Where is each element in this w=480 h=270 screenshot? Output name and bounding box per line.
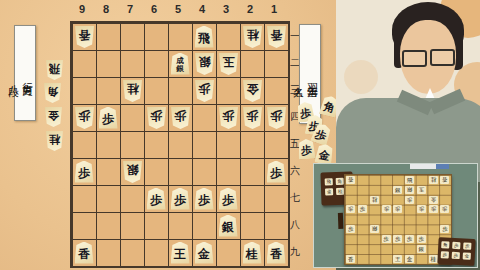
live-piece: 香 xyxy=(440,176,449,184)
shogi-piece-歩-sente: 歩 xyxy=(219,188,238,210)
shogi-piece-金-gote: 金 xyxy=(45,107,62,127)
shogi-piece-銀-gote: 銀 xyxy=(123,161,142,183)
shogi-piece-歩-sente: 歩 xyxy=(147,188,166,210)
live-piece: 飛 xyxy=(405,176,414,184)
board-graphic-panel: 香飛桂香成銀銀玉桂歩金歩歩歩歩歩歩歩歩銀歩歩歩歩歩銀香王金桂香 98765432… xyxy=(0,0,336,270)
shogi-piece-成銀-sente: 成銀 xyxy=(171,53,190,75)
shogi-piece-金-gote: 金 xyxy=(243,80,262,102)
inset-top-graphic xyxy=(410,164,436,169)
file-label: 7 xyxy=(118,3,142,15)
file-label: 8 xyxy=(94,3,118,15)
live-piece: 歩 xyxy=(393,235,402,243)
shogi-piece-金-sente: 金 xyxy=(314,143,334,166)
player-right-name: 羽生善治 xyxy=(306,75,320,79)
shogi-piece-桂-sente: 桂 xyxy=(243,242,262,264)
live-captured-piece: 歩 xyxy=(452,252,460,259)
sente-piece-stand: 角歩歩歩歩金 xyxy=(437,237,475,266)
shogi-piece-香-gote: 香 xyxy=(75,26,94,48)
live-piece: 歩 xyxy=(429,205,438,213)
wallpaper-circle xyxy=(344,60,378,94)
live-piece: 歩 xyxy=(417,235,426,243)
shogi-piece-歩-sente: 歩 xyxy=(195,188,214,210)
live-board-inset: 飛角金桂 香飛桂香銀銀玉桂歩金歩歩歩歩歩歩歩歩銀歩歩歩歩歩銀香王金桂香 角歩歩歩… xyxy=(313,163,478,268)
shogi-piece-銀-gote: 銀 xyxy=(195,53,214,75)
live-piece: 歩 xyxy=(346,205,355,213)
live-captured-piece: 金 xyxy=(325,188,333,195)
shogi-piece-角-gote: 角 xyxy=(44,83,61,103)
shogi-piece-歩-gote: 歩 xyxy=(267,107,286,129)
shogi-piece-歩-sente: 歩 xyxy=(171,188,190,210)
rank-label: 七 xyxy=(288,191,302,205)
player-right-rank: 名人 xyxy=(292,78,306,80)
live-piece: 銀 xyxy=(405,186,414,194)
file-label: 3 xyxy=(214,3,238,15)
live-piece: 金 xyxy=(405,255,414,263)
live-piece: 香 xyxy=(346,255,355,263)
live-captured-piece: 角 xyxy=(336,178,344,185)
player-left-rank: 八段 xyxy=(7,77,21,79)
file-label: 6 xyxy=(142,3,166,15)
rank-label: 九 xyxy=(288,245,302,259)
shogi-piece-玉-gote: 玉 xyxy=(219,53,238,75)
live-captured-piece: 歩 xyxy=(441,251,449,258)
live-piece: 銀 xyxy=(393,186,402,194)
shogi-piece-飛-sente: 飛 xyxy=(195,26,214,48)
shogi-piece-歩-sente: 歩 xyxy=(99,107,118,129)
file-label: 2 xyxy=(238,3,262,15)
live-piece: 桂 xyxy=(370,196,379,204)
inset-top-graphic xyxy=(436,164,449,169)
live-shogi-board: 香飛桂香銀銀玉桂歩金歩歩歩歩歩歩歩歩銀歩歩歩歩歩銀香王金桂香 xyxy=(344,174,452,265)
live-piece: 桂 xyxy=(429,255,438,263)
shogi-piece-歩-gote: 歩 xyxy=(219,107,238,129)
glasses-left-lens xyxy=(402,50,427,67)
shogi-piece-歩-gote: 歩 xyxy=(75,107,94,129)
file-label: 1 xyxy=(262,3,286,15)
live-piece: 歩 xyxy=(440,225,449,233)
live-piece: 歩 xyxy=(382,205,391,213)
shogi-piece-飛-gote: 飛 xyxy=(46,60,63,80)
shogi-piece-歩-gote: 歩 xyxy=(195,80,214,102)
live-piece: 歩 xyxy=(358,205,367,213)
live-piece: 香 xyxy=(346,176,355,184)
shogi-piece-桂-gote: 桂 xyxy=(123,80,142,102)
live-piece: 歩 xyxy=(405,196,414,204)
live-captured-piece: 飛 xyxy=(325,178,333,185)
live-piece: 歩 xyxy=(405,235,414,243)
shogi-piece-歩-sente: 歩 xyxy=(267,161,286,183)
live-piece: 歩 xyxy=(417,205,426,213)
shogi-piece-王-sente: 王 xyxy=(171,242,190,264)
live-captured-piece: 歩 xyxy=(463,242,471,249)
live-piece: 桂 xyxy=(429,176,438,184)
shogi-piece-香-sente: 香 xyxy=(75,242,94,264)
player-left-name: 行方尚史 xyxy=(21,74,35,78)
live-captured-piece: 金 xyxy=(463,252,471,259)
live-piece: 金 xyxy=(429,196,438,204)
file-label: 5 xyxy=(166,3,190,15)
shogi-piece-歩-gote: 歩 xyxy=(171,107,190,129)
piece-stand-leg xyxy=(338,213,344,229)
file-label: 9 xyxy=(70,3,94,15)
live-captured-piece: 角 xyxy=(441,241,449,248)
live-piece: 歩 xyxy=(393,205,402,213)
live-piece: 歩 xyxy=(346,225,355,233)
shogi-piece-桂-gote: 桂 xyxy=(243,26,262,48)
live-piece: 歩 xyxy=(440,205,449,213)
live-piece: 銀 xyxy=(417,245,426,253)
shogi-board: 香飛桂香成銀銀玉桂歩金歩歩歩歩歩歩歩歩銀歩歩歩歩歩銀香王金桂香 xyxy=(70,21,290,268)
shogi-piece-桂-gote: 桂 xyxy=(46,131,63,151)
shogi-piece-歩-gote: 歩 xyxy=(147,107,166,129)
shogi-piece-歩-sente: 歩 xyxy=(75,161,94,183)
shogi-piece-銀-sente: 銀 xyxy=(219,215,238,237)
broadcast-frame: 香飛桂香成銀銀玉桂歩金歩歩歩歩歩歩歩歩銀歩歩歩歩歩銀香王金桂香 98765432… xyxy=(0,0,480,270)
file-label: 4 xyxy=(190,3,214,15)
glasses-right-lens xyxy=(430,49,455,66)
rank-label: 六 xyxy=(288,164,302,178)
live-piece: 歩 xyxy=(382,235,391,243)
live-piece: 王 xyxy=(393,255,402,263)
live-captured-piece: 歩 xyxy=(452,242,460,249)
live-piece: 銀 xyxy=(370,225,379,233)
shogi-piece-香-gote: 香 xyxy=(267,26,286,48)
rank-label: 八 xyxy=(288,218,302,232)
shogi-piece-香-sente: 香 xyxy=(267,242,286,264)
shogi-piece-歩-gote: 歩 xyxy=(243,107,262,129)
live-captured-piece: 桂 xyxy=(336,188,344,195)
live-piece: 玉 xyxy=(417,186,426,194)
player-left-nameplate: 行方尚史 八段 xyxy=(14,25,36,121)
shogi-piece-金-sente: 金 xyxy=(195,242,214,264)
